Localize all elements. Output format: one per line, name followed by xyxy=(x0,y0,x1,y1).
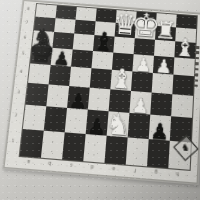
square-a2[interactable] xyxy=(23,105,46,131)
piece-white-pawn-f5[interactable]: ♟ xyxy=(134,55,152,75)
file-label-a: a xyxy=(18,157,40,168)
square-c4[interactable] xyxy=(69,67,91,88)
square-b3[interactable] xyxy=(46,84,69,108)
rank-label-7: 7 xyxy=(20,15,34,30)
square-a3[interactable] xyxy=(26,83,49,106)
square-a5[interactable]: ♚ xyxy=(30,46,52,65)
piece-black-bishop-d6[interactable]: ♝ xyxy=(92,29,116,55)
square-b1[interactable] xyxy=(41,131,65,160)
rank-label-3: 3 xyxy=(11,81,26,104)
piece-white-bishop-e4[interactable]: ♝ xyxy=(108,65,134,94)
square-c1[interactable] xyxy=(62,132,86,161)
square-g5[interactable]: ♟ xyxy=(153,56,174,75)
file-label-d: d xyxy=(81,162,103,173)
square-h3[interactable] xyxy=(171,94,193,118)
square-e4[interactable]: ♝ xyxy=(110,70,132,91)
chess-board[interactable]: ♛♚♜♞♝♝♚♟♟♟♝♟♟♟♞♟ xyxy=(19,3,198,171)
file-label-h: h xyxy=(167,169,189,180)
square-f3[interactable]: ♟ xyxy=(129,91,151,115)
file-label-g: g xyxy=(145,167,167,178)
square-h4[interactable] xyxy=(172,75,194,96)
chessboard-photo-scene: 87654321 ♛♚♜♞♝♝♚♟♟♟♝♟♟♟♞♟ abcdefgh ♞ xyxy=(0,0,200,200)
chess-mat: 87654321 ♛♚♜♞♝♝♚♟♟♟♝♟♟♟♞♟ abcdefgh ♞ xyxy=(2,0,200,185)
square-f5[interactable]: ♟ xyxy=(132,54,154,73)
piece-white-pawn-g5[interactable]: ♟ xyxy=(155,57,173,77)
piece-black-pawn-b5[interactable]: ♟ xyxy=(52,49,70,68)
square-d6[interactable]: ♝ xyxy=(93,35,115,53)
file-label-f: f xyxy=(124,166,146,177)
piece-black-pawn-c3[interactable]: ♟ xyxy=(68,90,87,111)
square-a1[interactable] xyxy=(20,129,44,158)
square-h6[interactable]: ♝ xyxy=(174,41,195,59)
square-c5[interactable] xyxy=(71,49,93,68)
rank-label-8: 8 xyxy=(22,2,35,16)
piece-white-knight-e2[interactable]: ♞ xyxy=(104,109,132,140)
square-b5[interactable]: ♟ xyxy=(51,48,73,67)
piece-white-bishop-h6[interactable]: ♝ xyxy=(173,35,196,61)
piece-black-pawn-g2[interactable]: ♟ xyxy=(150,120,170,143)
square-c3[interactable]: ♟ xyxy=(67,86,90,110)
file-label-b: b xyxy=(39,159,61,170)
square-e2[interactable]: ♞ xyxy=(107,111,130,137)
piece-white-pawn-f3[interactable]: ♟ xyxy=(131,95,150,116)
square-g2[interactable]: ♟ xyxy=(149,115,171,141)
square-f7[interactable]: ♚ xyxy=(135,24,156,39)
square-c6[interactable] xyxy=(73,33,95,51)
square-b2[interactable] xyxy=(44,106,67,132)
file-label-c: c xyxy=(60,160,82,171)
square-g3[interactable] xyxy=(150,93,172,117)
knight-logo-icon: ♞ xyxy=(181,143,190,153)
square-g7[interactable]: ♜ xyxy=(155,26,176,41)
file-label-e: e xyxy=(103,164,125,175)
